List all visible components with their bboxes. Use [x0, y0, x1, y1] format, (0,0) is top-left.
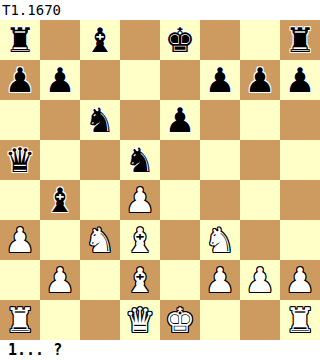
black-king[interactable]: ♚ — [165, 20, 195, 60]
square-a8[interactable]: ♜ — [0, 20, 40, 60]
square-c7[interactable] — [80, 60, 120, 100]
square-d4[interactable]: ♟ — [120, 180, 160, 220]
square-g6[interactable] — [240, 100, 280, 140]
square-d1[interactable]: ♛ — [120, 300, 160, 340]
square-h4[interactable] — [280, 180, 320, 220]
white-pawn[interactable]: ♟ — [205, 260, 235, 300]
chess-board: ♜♝♚♜♟♟♟♟♟♞♟♛♞♝♟♟♞♝♞♟♝♟♟♟♜♛♚♜ — [0, 20, 320, 340]
white-rook[interactable]: ♜ — [285, 300, 315, 340]
white-pawn[interactable]: ♟ — [125, 180, 155, 220]
square-h1[interactable]: ♜ — [280, 300, 320, 340]
square-a5[interactable]: ♛ — [0, 140, 40, 180]
square-e6[interactable]: ♟ — [160, 100, 200, 140]
black-rook[interactable]: ♜ — [5, 20, 35, 60]
square-b3[interactable] — [40, 220, 80, 260]
square-d7[interactable] — [120, 60, 160, 100]
square-d2[interactable]: ♝ — [120, 260, 160, 300]
black-pawn[interactable]: ♟ — [5, 60, 35, 100]
square-h8[interactable]: ♜ — [280, 20, 320, 60]
square-a7[interactable]: ♟ — [0, 60, 40, 100]
black-pawn[interactable]: ♟ — [245, 60, 275, 100]
white-bishop[interactable]: ♝ — [125, 220, 155, 260]
square-f2[interactable]: ♟ — [200, 260, 240, 300]
white-queen[interactable]: ♛ — [125, 300, 155, 340]
black-queen[interactable]: ♛ — [5, 140, 35, 180]
square-d3[interactable]: ♝ — [120, 220, 160, 260]
square-b8[interactable] — [40, 20, 80, 60]
square-c4[interactable] — [80, 180, 120, 220]
square-a6[interactable] — [0, 100, 40, 140]
black-knight[interactable]: ♞ — [85, 100, 115, 140]
square-b6[interactable] — [40, 100, 80, 140]
black-knight[interactable]: ♞ — [125, 140, 155, 180]
square-b2[interactable]: ♟ — [40, 260, 80, 300]
square-e1[interactable]: ♚ — [160, 300, 200, 340]
square-h7[interactable]: ♟ — [280, 60, 320, 100]
black-pawn[interactable]: ♟ — [165, 100, 195, 140]
black-pawn[interactable]: ♟ — [285, 60, 315, 100]
square-c3[interactable]: ♞ — [80, 220, 120, 260]
black-bishop[interactable]: ♝ — [45, 180, 75, 220]
move-prompt: 1... ? — [0, 340, 320, 360]
black-bishop[interactable]: ♝ — [85, 20, 115, 60]
square-f6[interactable] — [200, 100, 240, 140]
square-f4[interactable] — [200, 180, 240, 220]
square-e4[interactable] — [160, 180, 200, 220]
white-rook[interactable]: ♜ — [5, 300, 35, 340]
square-g7[interactable]: ♟ — [240, 60, 280, 100]
square-f7[interactable]: ♟ — [200, 60, 240, 100]
black-rook[interactable]: ♜ — [285, 20, 315, 60]
square-f8[interactable] — [200, 20, 240, 60]
square-g3[interactable] — [240, 220, 280, 260]
white-knight[interactable]: ♞ — [205, 220, 235, 260]
square-h3[interactable] — [280, 220, 320, 260]
square-b4[interactable]: ♝ — [40, 180, 80, 220]
square-e3[interactable] — [160, 220, 200, 260]
black-pawn[interactable]: ♟ — [45, 60, 75, 100]
square-c5[interactable] — [80, 140, 120, 180]
white-pawn[interactable]: ♟ — [5, 220, 35, 260]
square-e8[interactable]: ♚ — [160, 20, 200, 60]
square-g4[interactable] — [240, 180, 280, 220]
square-b1[interactable] — [40, 300, 80, 340]
black-pawn[interactable]: ♟ — [205, 60, 235, 100]
square-f3[interactable]: ♞ — [200, 220, 240, 260]
square-f5[interactable] — [200, 140, 240, 180]
white-king[interactable]: ♚ — [165, 300, 195, 340]
square-a2[interactable] — [0, 260, 40, 300]
square-b7[interactable]: ♟ — [40, 60, 80, 100]
square-f1[interactable] — [200, 300, 240, 340]
square-g1[interactable] — [240, 300, 280, 340]
white-pawn[interactable]: ♟ — [285, 260, 315, 300]
square-a1[interactable]: ♜ — [0, 300, 40, 340]
square-a4[interactable] — [0, 180, 40, 220]
square-h2[interactable]: ♟ — [280, 260, 320, 300]
white-bishop[interactable]: ♝ — [125, 260, 155, 300]
square-h5[interactable] — [280, 140, 320, 180]
square-c1[interactable] — [80, 300, 120, 340]
square-d5[interactable]: ♞ — [120, 140, 160, 180]
white-pawn[interactable]: ♟ — [45, 260, 75, 300]
puzzle-title: T1.1670 — [0, 0, 320, 20]
square-d6[interactable] — [120, 100, 160, 140]
square-g8[interactable] — [240, 20, 280, 60]
white-knight[interactable]: ♞ — [85, 220, 115, 260]
square-d8[interactable] — [120, 20, 160, 60]
square-a3[interactable]: ♟ — [0, 220, 40, 260]
square-e5[interactable] — [160, 140, 200, 180]
square-c6[interactable]: ♞ — [80, 100, 120, 140]
square-g2[interactable]: ♟ — [240, 260, 280, 300]
white-pawn[interactable]: ♟ — [245, 260, 275, 300]
square-e2[interactable] — [160, 260, 200, 300]
square-c8[interactable]: ♝ — [80, 20, 120, 60]
square-e7[interactable] — [160, 60, 200, 100]
square-g5[interactable] — [240, 140, 280, 180]
square-h6[interactable] — [280, 100, 320, 140]
square-b5[interactable] — [40, 140, 80, 180]
square-c2[interactable] — [80, 260, 120, 300]
